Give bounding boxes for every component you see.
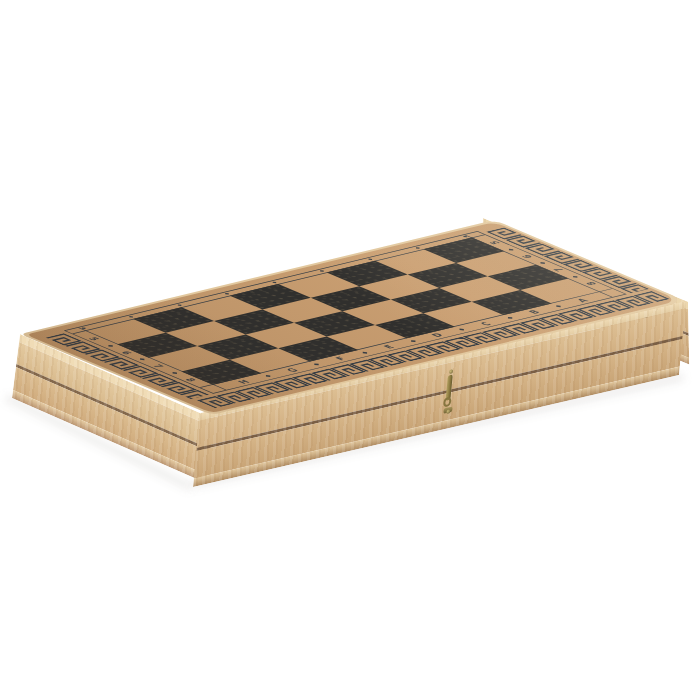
diamond-separator — [130, 316, 134, 317]
clasp-screw-top — [449, 369, 453, 374]
diamond-separator — [556, 305, 560, 307]
diamond-separator — [460, 329, 464, 331]
diamond-separator — [573, 276, 577, 278]
diamond-separator — [363, 352, 367, 354]
diamond-separator — [82, 327, 86, 328]
diamond-separator — [266, 375, 270, 377]
product-photo-chess-box: HGFEDCBA 5678 5678 — [0, 0, 700, 700]
clasp-screw-bottom — [446, 409, 450, 414]
diamond-separator — [172, 372, 176, 374]
diamond-separator — [411, 340, 415, 342]
diamond-separator — [140, 358, 144, 360]
diamond-separator — [225, 293, 229, 294]
diamond-separator — [273, 282, 277, 283]
diamond-separator — [314, 363, 318, 365]
diamond-separator — [368, 259, 372, 260]
diamond-separator — [541, 262, 545, 264]
diamond-separator — [463, 236, 467, 237]
diamond-separator — [108, 345, 112, 347]
diamond-separator — [508, 249, 512, 251]
diamond-separator — [177, 305, 181, 306]
diamond-separator — [508, 317, 512, 319]
diamond-separator — [416, 247, 420, 248]
diamond-separator — [320, 270, 324, 271]
